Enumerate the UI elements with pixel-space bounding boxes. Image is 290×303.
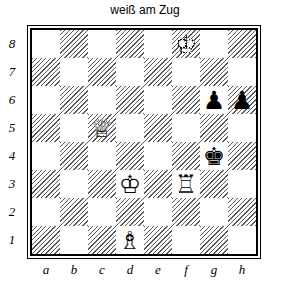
white-king-piece-dashed: ♔ — [172, 30, 200, 58]
square-e1[interactable] — [144, 226, 172, 254]
square-g4[interactable]: ♚ — [200, 142, 228, 170]
black-pawn-piece: ♟ — [228, 86, 256, 114]
square-h8[interactable] — [228, 30, 256, 58]
square-d6[interactable] — [116, 86, 144, 114]
chess-diagram: weiß am Zug 87654321 ♚♔♟♟♛♕♚♚♔♜♖♝♗ abcde… — [0, 0, 290, 303]
white-king-fill: ♚ — [172, 30, 200, 58]
file-label-c: c — [88, 261, 116, 279]
square-d4[interactable] — [116, 142, 144, 170]
square-a1[interactable] — [32, 226, 60, 254]
rank-label-7: 7 — [0, 58, 24, 86]
square-b4[interactable] — [60, 142, 88, 170]
square-d1[interactable]: ♝♗ — [116, 226, 144, 254]
square-h4[interactable] — [228, 142, 256, 170]
square-b7[interactable] — [60, 58, 88, 86]
square-g8[interactable] — [200, 30, 228, 58]
square-a6[interactable] — [32, 86, 60, 114]
square-d7[interactable] — [116, 58, 144, 86]
file-label-g: g — [200, 261, 228, 279]
square-g6[interactable]: ♟ — [200, 86, 228, 114]
square-g1[interactable] — [200, 226, 228, 254]
square-f3[interactable]: ♜♖ — [172, 170, 200, 198]
rank-label-4: 4 — [0, 142, 24, 170]
square-f4[interactable] — [172, 142, 200, 170]
square-d2[interactable] — [116, 198, 144, 226]
square-c5[interactable]: ♛♕ — [88, 114, 116, 142]
square-b1[interactable] — [60, 226, 88, 254]
rank-labels: 87654321 — [0, 30, 24, 254]
square-c1[interactable] — [88, 226, 116, 254]
white-rook-fill: ♜ — [172, 170, 200, 198]
chess-board: ♚♔♟♟♛♕♚♚♔♜♖♝♗ — [32, 30, 256, 254]
square-b6[interactable] — [60, 86, 88, 114]
board-frame: ♚♔♟♟♛♕♚♚♔♜♖♝♗ — [27, 25, 261, 259]
white-bishop-fill: ♝ — [116, 226, 144, 254]
file-label-e: e — [144, 261, 172, 279]
file-label-b: b — [60, 261, 88, 279]
square-d8[interactable] — [116, 30, 144, 58]
rank-label-2: 2 — [0, 198, 24, 226]
square-c8[interactable] — [88, 30, 116, 58]
white-queen-piece: ♕ — [88, 114, 116, 142]
square-e6[interactable] — [144, 86, 172, 114]
square-g7[interactable] — [200, 58, 228, 86]
file-label-f: f — [172, 261, 200, 279]
square-a4[interactable] — [32, 142, 60, 170]
white-rook-piece: ♖ — [172, 170, 200, 198]
rank-label-3: 3 — [0, 170, 24, 198]
white-king-fill: ♚ — [116, 170, 144, 198]
square-b2[interactable] — [60, 198, 88, 226]
square-h5[interactable] — [228, 114, 256, 142]
square-h3[interactable] — [228, 170, 256, 198]
black-pawn-piece: ♟ — [200, 86, 228, 114]
board-border: ♚♔♟♟♛♕♚♚♔♜♖♝♗ — [30, 28, 258, 256]
square-e2[interactable] — [144, 198, 172, 226]
square-a5[interactable] — [32, 114, 60, 142]
white-king-piece: ♔ — [116, 170, 144, 198]
square-h6[interactable]: ♟ — [228, 86, 256, 114]
square-e3[interactable] — [144, 170, 172, 198]
square-f2[interactable] — [172, 198, 200, 226]
square-d5[interactable] — [116, 114, 144, 142]
square-h1[interactable] — [228, 226, 256, 254]
square-a2[interactable] — [32, 198, 60, 226]
square-b5[interactable] — [60, 114, 88, 142]
square-g5[interactable] — [200, 114, 228, 142]
file-label-a: a — [32, 261, 60, 279]
square-e5[interactable] — [144, 114, 172, 142]
square-e4[interactable] — [144, 142, 172, 170]
square-b8[interactable] — [60, 30, 88, 58]
square-e7[interactable] — [144, 58, 172, 86]
square-f8[interactable]: ♚♔ — [172, 30, 200, 58]
square-h7[interactable] — [228, 58, 256, 86]
square-c6[interactable] — [88, 86, 116, 114]
file-labels: abcdefgh — [32, 261, 256, 279]
file-label-h: h — [228, 261, 256, 279]
rank-label-1: 1 — [0, 226, 24, 254]
square-c2[interactable] — [88, 198, 116, 226]
rank-label-6: 6 — [0, 86, 24, 114]
file-label-d: d — [116, 261, 144, 279]
square-f1[interactable] — [172, 226, 200, 254]
square-g3[interactable] — [200, 170, 228, 198]
rank-label-8: 8 — [0, 30, 24, 58]
square-e8[interactable] — [144, 30, 172, 58]
square-f6[interactable] — [172, 86, 200, 114]
square-g2[interactable] — [200, 198, 228, 226]
square-c4[interactable] — [88, 142, 116, 170]
square-a8[interactable] — [32, 30, 60, 58]
square-f5[interactable] — [172, 114, 200, 142]
side-to-move-caption: weiß am Zug — [0, 3, 290, 17]
square-d3[interactable]: ♚♔ — [116, 170, 144, 198]
square-c3[interactable] — [88, 170, 116, 198]
white-bishop-piece: ♗ — [116, 226, 144, 254]
square-a3[interactable] — [32, 170, 60, 198]
square-f7[interactable] — [172, 58, 200, 86]
rank-label-5: 5 — [0, 114, 24, 142]
square-c7[interactable] — [88, 58, 116, 86]
square-b3[interactable] — [60, 170, 88, 198]
black-king-piece: ♚ — [200, 142, 228, 170]
square-a7[interactable] — [32, 58, 60, 86]
white-queen-fill: ♛ — [88, 114, 116, 142]
square-h2[interactable] — [228, 198, 256, 226]
